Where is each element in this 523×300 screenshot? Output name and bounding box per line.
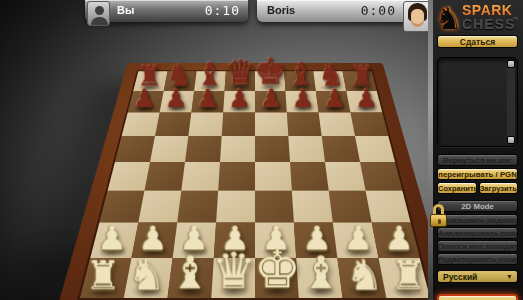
square-f3[interactable] (292, 191, 333, 223)
black-pawn-a7[interactable]: ♟ (133, 86, 156, 111)
square-e1[interactable]: ♚ (255, 258, 299, 298)
avatar-black-player (403, 1, 430, 32)
sparkchess-window: ♜♞♝♛♚♝♞♜♟♟♟♟♟♟♟♟♟♟♟♟♟♟♟♟♜♞♝♛♚♝♞♜ Вы 0:10… (0, 0, 523, 300)
player-bar-black: Boris 0:00 (257, 0, 432, 22)
black-pawn-e7[interactable]: ♟ (259, 86, 282, 111)
sidebar-divider (428, 0, 433, 300)
white-knight-g1[interactable]: ♞ (345, 253, 383, 295)
square-b5[interactable] (150, 136, 188, 162)
white-pawn-a2[interactable]: ♟ (97, 223, 126, 256)
download-play-offline-button[interactable]: Download & Play Offline (437, 294, 518, 300)
sparkchess-logo: ♞ SPARK CHESS ™ (437, 1, 518, 33)
logo-text-chess: CHESS (462, 16, 515, 32)
square-a6[interactable] (122, 113, 160, 137)
board-frame: ♜♞♝♛♚♝♞♜♟♟♟♟♟♟♟♟♟♟♟♟♟♟♟♟♜♞♝♛♚♝♞♜ (54, 63, 456, 300)
player-bar-white: Вы 0:10 (85, 0, 248, 22)
square-e5[interactable] (255, 136, 290, 162)
square-f5[interactable] (288, 136, 325, 162)
knight-logo-icon: ♞ (435, 1, 462, 36)
square-d4[interactable] (218, 162, 255, 191)
square-h6[interactable] (350, 113, 388, 137)
square-f1[interactable]: ♝ (296, 258, 342, 298)
black-pawn-g7[interactable]: ♟ (323, 86, 346, 111)
square-b7[interactable]: ♟ (160, 91, 195, 112)
square-d7[interactable]: ♟ (223, 91, 255, 112)
square-f6[interactable] (287, 113, 322, 137)
white-rook-a1[interactable]: ♜ (85, 256, 121, 296)
move-list-scrollbar[interactable] (507, 60, 515, 144)
square-h7[interactable]: ♟ (346, 91, 382, 112)
square-d6[interactable] (222, 113, 255, 137)
white-king-e1[interactable]: ♚ (253, 243, 300, 295)
square-b1[interactable]: ♞ (124, 258, 173, 298)
save-load-row: Сохранить Загрузить (437, 182, 518, 194)
language-selected-value: Русский (443, 272, 477, 282)
white-queen-d1[interactable]: ♛ (211, 246, 256, 296)
black-pawn-c7[interactable]: ♟ (196, 86, 219, 111)
square-f4[interactable] (290, 162, 329, 191)
square-h3[interactable] (366, 191, 411, 223)
square-h4[interactable] (360, 162, 402, 191)
show-hints-button[interactable]: Показывать подсказки (437, 214, 518, 226)
black-pawn-d7[interactable]: ♟ (228, 86, 251, 111)
resign-button[interactable]: Сдаться (437, 35, 518, 48)
save-button[interactable]: Сохранить (437, 182, 477, 194)
square-e3[interactable] (255, 191, 294, 223)
square-b4[interactable] (144, 162, 185, 191)
square-b6[interactable] (155, 113, 191, 137)
square-c4[interactable] (181, 162, 220, 191)
player-clock-black: 0:00 (361, 3, 396, 18)
white-knight-b1[interactable]: ♞ (127, 253, 165, 295)
chess-board-3d: ♜♞♝♛♚♝♞♜♟♟♟♟♟♟♟♟♟♟♟♟♟♟♟♟♜♞♝♛♚♝♞♜ (0, 0, 430, 300)
square-c5[interactable] (185, 136, 222, 162)
player-name-black: Boris (267, 4, 295, 16)
undo-move-button[interactable]: Вернуться на шаг (437, 154, 518, 166)
lock-icon (430, 204, 447, 227)
square-c7[interactable]: ♟ (191, 91, 224, 112)
white-bishop-f1[interactable]: ♝ (300, 251, 340, 296)
square-g6[interactable] (319, 113, 355, 137)
white-bishop-c1[interactable]: ♝ (169, 251, 209, 296)
square-h5[interactable] (355, 136, 395, 162)
square-d1[interactable]: ♛ (211, 258, 255, 298)
help-me-move-button[interactable]: Помоги мне походить (437, 240, 518, 252)
logo-trademark: ™ (512, 16, 518, 22)
2d-mode-button[interactable]: 2D Mode (437, 200, 518, 212)
black-pawn-f7[interactable]: ♟ (291, 86, 314, 111)
move-list-panel (437, 57, 518, 147)
square-b3[interactable] (138, 191, 181, 223)
scroll-up-button[interactable] (507, 60, 515, 68)
square-g7[interactable]: ♟ (316, 91, 351, 112)
square-e4[interactable] (255, 162, 292, 191)
white-pawn-h2[interactable]: ♟ (384, 223, 413, 256)
player-clock-white: 0:10 (205, 3, 240, 18)
square-h1[interactable]: ♜ (379, 258, 430, 298)
square-a4[interactable] (108, 162, 150, 191)
black-pawn-h7[interactable]: ♟ (355, 86, 378, 111)
load-button[interactable]: Загрузить (479, 182, 519, 194)
square-f7[interactable]: ♟ (285, 91, 318, 112)
edit-position-button[interactable]: Редактировать позицию (437, 253, 518, 265)
square-g5[interactable] (322, 136, 360, 162)
square-d3[interactable] (216, 191, 255, 223)
square-c1[interactable]: ♝ (167, 258, 213, 298)
square-g1[interactable]: ♞ (337, 258, 386, 298)
board-grid[interactable]: ♜♞♝♛♚♝♞♜♟♟♟♟♟♟♟♟♟♟♟♟♟♟♟♟♜♞♝♛♚♝♞♜ (80, 71, 430, 298)
square-a5[interactable] (115, 136, 155, 162)
language-dropdown[interactable]: Русский ▼ (437, 270, 518, 283)
square-d5[interactable] (220, 136, 255, 162)
player-name-white: Вы (117, 4, 134, 16)
replay-pgn-button[interactable]: переигрывать / PGN (437, 168, 518, 180)
black-pawn-b7[interactable]: ♟ (164, 86, 187, 111)
game-3d-area: ♜♞♝♛♚♝♞♜♟♟♟♟♟♟♟♟♟♟♟♟♟♟♟♟♜♞♝♛♚♝♞♜ Вы 0:10… (0, 0, 430, 300)
square-g3[interactable] (329, 191, 372, 223)
square-a7[interactable]: ♟ (128, 91, 164, 112)
dropdown-arrow-icon: ▼ (506, 271, 513, 283)
square-g4[interactable] (325, 162, 366, 191)
square-e6[interactable] (255, 113, 288, 137)
avatar-white-player (87, 1, 110, 26)
square-a3[interactable] (99, 191, 144, 223)
analyze-position-button[interactable]: Анализировать позицию (437, 227, 518, 239)
square-c6[interactable] (188, 113, 223, 137)
square-c3[interactable] (177, 191, 218, 223)
square-e7[interactable]: ♟ (255, 91, 287, 112)
white-rook-h1[interactable]: ♜ (390, 256, 426, 296)
scroll-down-button[interactable] (507, 136, 515, 144)
sidebar: ♞ SPARK CHESS ™ Сдаться Вернуться на шаг… (428, 0, 523, 300)
